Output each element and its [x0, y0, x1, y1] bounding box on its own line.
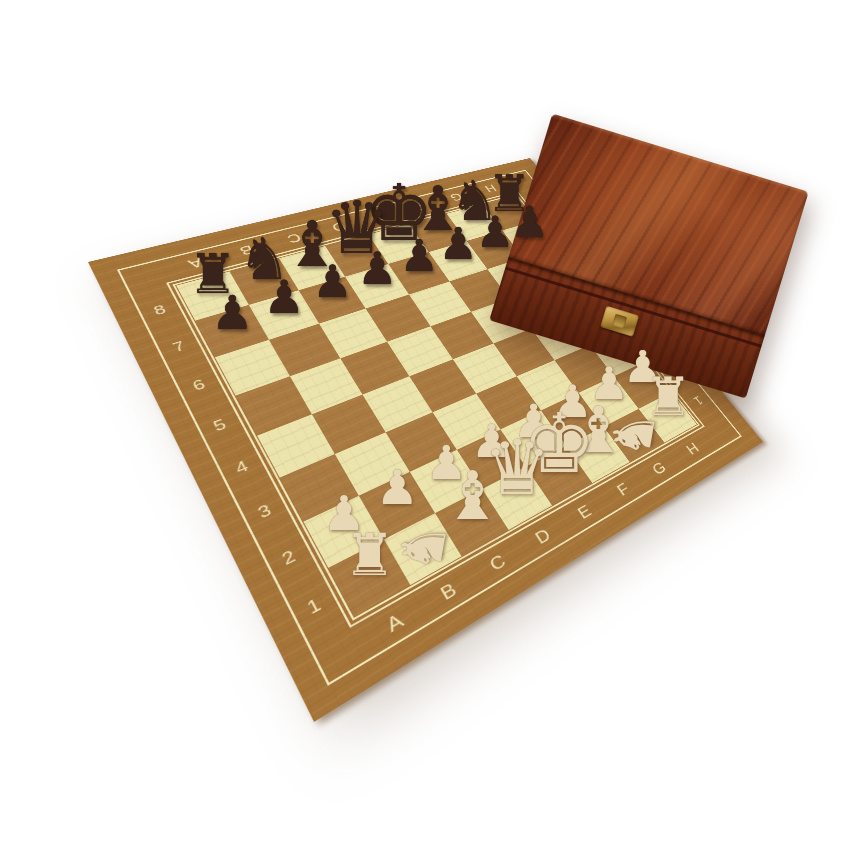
label-file-d-near: D [524, 519, 562, 552]
label-file-c-near: C [478, 545, 518, 581]
label-file-a-near: A [372, 602, 417, 643]
label-rank-6-left: 6 [177, 371, 220, 400]
label-rank-2-left: 2 [266, 539, 312, 578]
label-rank-7-left: 7 [158, 333, 201, 360]
label-rank-1-left: 1 [291, 586, 338, 627]
label-file-b-far: B [227, 240, 264, 261]
brass-latch-icon [600, 306, 639, 337]
label-file-f-far: F [404, 198, 435, 216]
label-file-e-far: E [364, 207, 396, 225]
label-file-d-far: D [321, 217, 355, 236]
label-file-g-near: G [643, 454, 675, 482]
label-file-e-near: E [567, 496, 603, 527]
label-file-f-near: F [606, 474, 640, 504]
label-file-g-far: G [441, 189, 471, 206]
label-file-b-near: B [427, 572, 469, 610]
label-rank-1-right: 1 [683, 389, 712, 413]
label-rank-8-left: 8 [139, 297, 181, 322]
label-file-h-near: H [677, 435, 708, 461]
label-file-a-far: A [175, 252, 214, 275]
label-file-h-far: H [476, 180, 504, 196]
label-rank-5-left: 5 [198, 410, 242, 441]
label-file-c-far: C [276, 228, 312, 248]
label-rank-3-left: 3 [242, 494, 288, 530]
label-rank-4-left: 4 [220, 451, 265, 485]
